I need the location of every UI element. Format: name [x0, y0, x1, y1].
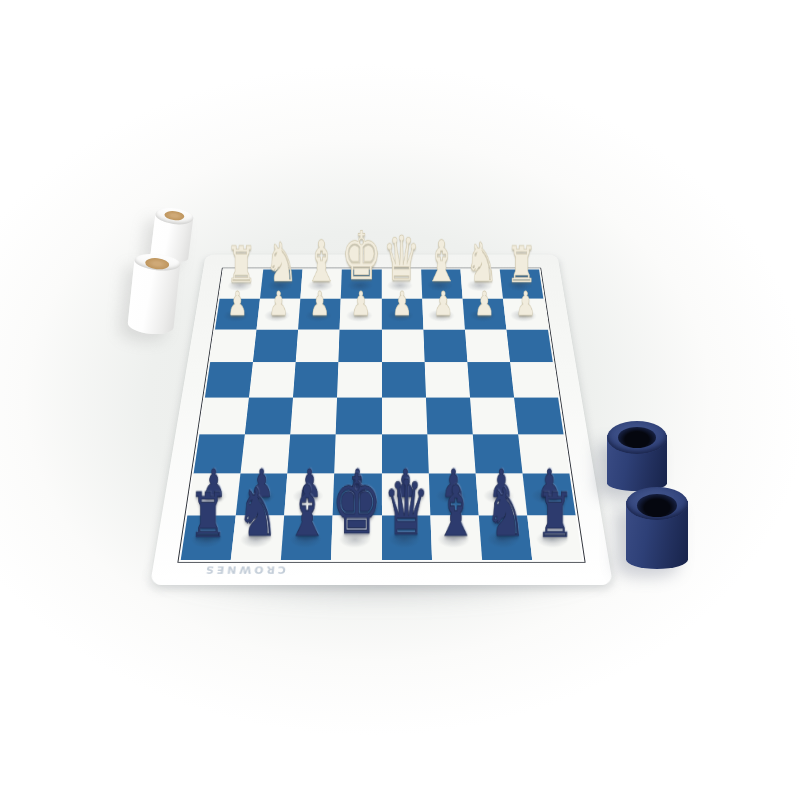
piece-white-pawn[interactable]: ♟: [392, 287, 412, 320]
square-c2[interactable]: ♟: [422, 299, 465, 330]
square-d4[interactable]: [382, 362, 426, 397]
square-c4[interactable]: [424, 362, 469, 397]
square-c3[interactable]: [423, 330, 467, 363]
square-c5[interactable]: [426, 397, 473, 434]
piece-blue-knight[interactable]: ♞: [485, 480, 526, 547]
piece-white-queen[interactable]: ♛: [383, 228, 421, 290]
square-d5[interactable]: [382, 397, 428, 434]
piece-white-king[interactable]: ♚: [341, 223, 382, 290]
square-e8[interactable]: ♚: [331, 515, 381, 560]
piece-white-rook[interactable]: ♜: [507, 240, 538, 290]
blue-storage-tube-near: [626, 487, 688, 569]
square-d8[interactable]: ♛: [382, 515, 432, 560]
square-h5[interactable]: [199, 397, 249, 434]
square-b3[interactable]: [465, 330, 510, 363]
photo-scene: ♜♞♝♚♛♝♞♜♟♟♟♟♟♟♟♟♟♟♟♟♟♟♟♟♜♞♝♚♛♝♞♜ CROWNES: [0, 0, 800, 800]
tube-hollow: [618, 427, 656, 448]
piece-white-knight[interactable]: ♞: [465, 236, 498, 290]
square-g8[interactable]: ♞: [231, 515, 285, 560]
square-a4[interactable]: [510, 362, 558, 397]
piece-white-bishop[interactable]: ♝: [304, 233, 339, 290]
chess-board: ♜♞♝♚♛♝♞♜♟♟♟♟♟♟♟♟♟♟♟♟♟♟♟♟♜♞♝♚♛♝♞♜ CROWNES: [150, 122, 613, 585]
square-e3[interactable]: [339, 330, 382, 363]
board-frame: ♜♞♝♚♛♝♞♜♟♟♟♟♟♟♟♟♟♟♟♟♟♟♟♟♜♞♝♚♛♝♞♜: [177, 268, 585, 563]
square-d2[interactable]: ♟: [382, 299, 424, 330]
square-a8[interactable]: ♜: [527, 515, 582, 560]
square-e2[interactable]: ♟: [340, 299, 382, 330]
piece-white-pawn[interactable]: ♟: [227, 287, 247, 320]
piece-blue-rook[interactable]: ♜: [189, 484, 227, 546]
square-b8[interactable]: ♞: [479, 515, 533, 560]
board-mat: ♜♞♝♚♛♝♞♜♟♟♟♟♟♟♟♟♟♟♟♟♟♟♟♟♜♞♝♚♛♝♞♜ CROWNES: [150, 255, 613, 585]
square-g2[interactable]: ♟: [257, 299, 301, 330]
piece-blue-queen[interactable]: ♛: [383, 470, 430, 547]
piece-blue-knight[interactable]: ♞: [237, 480, 278, 547]
tube-hollow: [637, 494, 677, 517]
piece-white-pawn[interactable]: ♟: [516, 287, 536, 320]
brand-text: CROWNES: [189, 564, 299, 576]
piece-white-bishop[interactable]: ♝: [424, 233, 459, 290]
square-f4[interactable]: [293, 362, 338, 397]
square-g5[interactable]: [245, 397, 293, 434]
square-b4[interactable]: [467, 362, 514, 397]
piece-white-rook[interactable]: ♜: [226, 240, 257, 290]
square-a2[interactable]: ♟: [503, 299, 548, 330]
blue-storage-tube-far: [607, 421, 667, 491]
square-b2[interactable]: ♟: [462, 299, 506, 330]
piece-white-pawn[interactable]: ♟: [475, 287, 495, 320]
piece-blue-king[interactable]: ♚: [331, 464, 381, 547]
square-g4[interactable]: [249, 362, 296, 397]
piece-blue-bishop[interactable]: ♝: [435, 476, 478, 546]
square-f5[interactable]: [290, 397, 337, 434]
square-h3[interactable]: [210, 330, 257, 363]
square-h2[interactable]: ♟: [215, 299, 260, 330]
square-h8[interactable]: ♜: [181, 515, 236, 560]
piece-white-pawn[interactable]: ♟: [309, 287, 329, 320]
square-a3[interactable]: [506, 330, 553, 363]
square-g3[interactable]: [253, 330, 298, 363]
piece-white-knight[interactable]: ♞: [265, 236, 298, 290]
piece-white-pawn[interactable]: ♟: [433, 287, 453, 320]
square-f2[interactable]: ♟: [298, 299, 341, 330]
square-f8[interactable]: ♝: [281, 515, 333, 560]
square-c8[interactable]: ♝: [430, 515, 482, 560]
square-h4[interactable]: [205, 362, 253, 397]
board-grid: ♜♞♝♚♛♝♞♜♟♟♟♟♟♟♟♟♟♟♟♟♟♟♟♟♜♞♝♚♛♝♞♜: [181, 269, 583, 560]
square-a5[interactable]: [514, 397, 564, 434]
piece-blue-bishop[interactable]: ♝: [285, 476, 328, 546]
square-d3[interactable]: [382, 330, 425, 363]
piece-white-pawn[interactable]: ♟: [351, 287, 371, 320]
piece-blue-rook[interactable]: ♜: [537, 484, 575, 546]
square-b5[interactable]: [470, 397, 518, 434]
piece-white-pawn[interactable]: ♟: [268, 287, 288, 320]
square-e4[interactable]: [337, 362, 381, 397]
square-f3[interactable]: [296, 330, 340, 363]
square-e5[interactable]: [336, 397, 382, 434]
